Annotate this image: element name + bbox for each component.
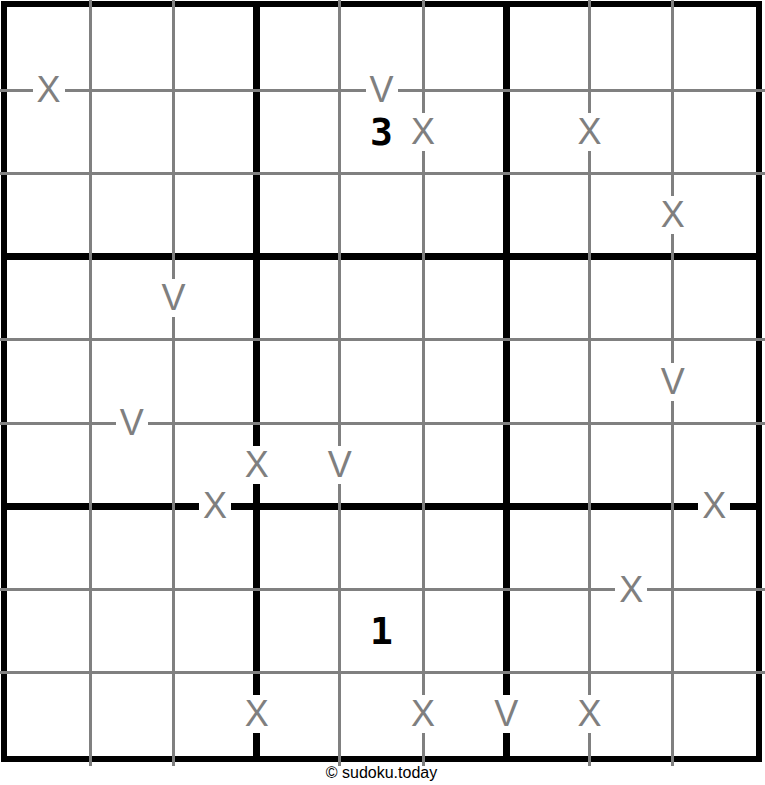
cell-r2c4[interactable] — [257, 90, 340, 173]
v-marker-r6c4-v: V — [324, 446, 356, 484]
v-marker-r9c6-v: V — [490, 695, 522, 733]
cell-r3c2[interactable] — [90, 173, 173, 256]
cell-r3c6[interactable] — [423, 173, 506, 256]
cell-r6c7[interactable] — [506, 423, 589, 506]
cell-r6c1[interactable] — [7, 423, 90, 506]
x-marker-r7c8-h: X — [615, 571, 647, 609]
sudoku-board: 31 XVXXXVVVXVXXXXXVX — [1, 1, 762, 762]
cell-r7c4[interactable] — [257, 506, 340, 589]
cell-r5c4[interactable] — [257, 340, 340, 423]
cell-r1c8[interactable] — [590, 7, 673, 90]
cell-r4c7[interactable] — [506, 257, 589, 340]
cell-r1c4[interactable] — [257, 7, 340, 90]
credit-text: © sudoku.today — [326, 764, 437, 781]
cell-r5c3[interactable] — [173, 340, 256, 423]
cell-r4c4[interactable] — [257, 257, 340, 340]
cell-r5c5[interactable] — [340, 340, 423, 423]
cell-r1c9[interactable] — [673, 7, 756, 90]
x-marker-r2c7-v: X — [574, 113, 606, 151]
cell-r7c1[interactable] — [7, 506, 90, 589]
x-marker-r2c5-v: X — [407, 113, 439, 151]
cell-r3c3[interactable] — [173, 173, 256, 256]
cell-r1c6[interactable] — [423, 7, 506, 90]
x-marker-r3c8-v: X — [657, 196, 689, 234]
cell-r8c3[interactable] — [173, 590, 256, 673]
cell-r1c7[interactable] — [506, 7, 589, 90]
cell-r2c9[interactable] — [673, 90, 756, 173]
cell-r7c2[interactable] — [90, 506, 173, 589]
cell-r4c1[interactable] — [7, 257, 90, 340]
cell-r8c2[interactable] — [90, 590, 173, 673]
cell-grid: 31 — [7, 7, 756, 756]
cell-r5c1[interactable] — [7, 340, 90, 423]
cell-r9c1[interactable] — [7, 673, 90, 756]
cell-r8c5-given[interactable]: 1 — [340, 590, 423, 673]
cell-r3c7[interactable] — [506, 173, 589, 256]
x-marker-r1c1-h: X — [33, 71, 65, 109]
x-marker-r9c7-v: X — [574, 695, 606, 733]
cell-r7c5[interactable] — [340, 506, 423, 589]
cell-r1c3[interactable] — [173, 7, 256, 90]
cell-r3c1[interactable] — [7, 173, 90, 256]
cell-r8c7[interactable] — [506, 590, 589, 673]
x-marker-r6c3-h: X — [199, 487, 231, 525]
cell-r6c6[interactable] — [423, 423, 506, 506]
cell-r2c3[interactable] — [173, 90, 256, 173]
cell-r4c9[interactable] — [673, 257, 756, 340]
cell-r6c8[interactable] — [590, 423, 673, 506]
cell-r1c2[interactable] — [90, 7, 173, 90]
cell-r7c6[interactable] — [423, 506, 506, 589]
cell-r4c8[interactable] — [590, 257, 673, 340]
cell-r5c6[interactable] — [423, 340, 506, 423]
cell-r8c1[interactable] — [7, 590, 90, 673]
cell-r4c5[interactable] — [340, 257, 423, 340]
cell-r8c6[interactable] — [423, 590, 506, 673]
cell-r8c9[interactable] — [673, 590, 756, 673]
cell-r5c7[interactable] — [506, 340, 589, 423]
x-marker-r6c3-v: X — [241, 446, 273, 484]
cell-r2c2[interactable] — [90, 90, 173, 173]
cell-r9c9[interactable] — [673, 673, 756, 756]
x-marker-r9c5-v: X — [407, 695, 439, 733]
v-marker-r5c8-v: V — [657, 363, 689, 401]
v-marker-r1c5-h: V — [365, 71, 397, 109]
cell-r8c4[interactable] — [257, 590, 340, 673]
v-marker-r4c2-v: V — [157, 279, 189, 317]
v-marker-r5c2-h: V — [116, 404, 148, 442]
credit-footer: © sudoku.today — [1, 764, 762, 782]
cell-r3c5[interactable] — [340, 173, 423, 256]
cell-r9c2[interactable] — [90, 673, 173, 756]
cell-r3c4[interactable] — [257, 173, 340, 256]
x-marker-r6c9-h: X — [698, 487, 730, 525]
cell-r7c7[interactable] — [506, 506, 589, 589]
cell-r4c6[interactable] — [423, 257, 506, 340]
x-marker-r9c3-v: X — [241, 695, 273, 733]
